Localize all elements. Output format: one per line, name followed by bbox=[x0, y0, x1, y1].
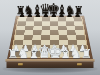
piece-black-pawn[interactable]: ♟ bbox=[42, 10, 49, 17]
piece-black-pawn[interactable]: ♟ bbox=[34, 10, 41, 17]
scene-canvas: ♜♞♝♛♚♝♞♜♟♟♟♟♟♟♟♟♟♟♟♟♟♟♟♟♜♞♝♛♚♝♞♜ bbox=[0, 0, 100, 75]
piece-black-pawn[interactable]: ♟ bbox=[58, 10, 65, 17]
brass-latch-left-icon bbox=[18, 63, 23, 65]
piece-black-pawn[interactable]: ♟ bbox=[26, 10, 33, 17]
piece-black-pawn[interactable]: ♟ bbox=[50, 10, 57, 17]
piece-black-pawn[interactable]: ♟ bbox=[74, 10, 81, 17]
box-front-panel bbox=[7, 62, 94, 68]
piece-black-pawn[interactable]: ♟ bbox=[18, 10, 25, 17]
chess-set-photo-scene: ♜♞♝♛♚♝♞♜♟♟♟♟♟♟♟♟♟♟♟♟♟♟♟♟♜♞♝♛♚♝♞♜ bbox=[0, 0, 100, 75]
piece-white-rook[interactable]: ♜ bbox=[80, 47, 93, 60]
piece-black-pawn[interactable]: ♟ bbox=[66, 10, 73, 17]
brass-latch-right-icon bbox=[77, 63, 82, 65]
